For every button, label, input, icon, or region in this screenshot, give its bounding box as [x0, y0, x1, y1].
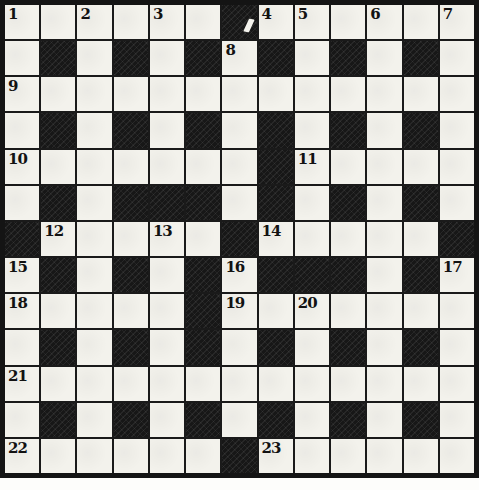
block-r9c5 — [186, 330, 220, 364]
cell-r3c6[interactable] — [222, 113, 256, 147]
block-r7c7 — [259, 258, 293, 292]
clue-number: 11 — [298, 150, 317, 169]
cell-r7c6[interactable]: 16 — [222, 258, 256, 292]
cell-r9c4[interactable] — [150, 330, 184, 364]
block-r7c9 — [331, 258, 365, 292]
clue-number: 17 — [443, 258, 462, 277]
block-r3c5 — [186, 113, 220, 147]
paper-margin — [0, 478, 479, 490]
clue-number: 22 — [8, 439, 27, 458]
cell-r10c1[interactable] — [41, 367, 75, 401]
cell-r11c8[interactable] — [295, 403, 329, 437]
cell-r4c0[interactable]: 10 — [5, 150, 39, 184]
cell-r4c1[interactable] — [41, 150, 75, 184]
cell-r2c1[interactable] — [41, 77, 75, 111]
cell-r8c4[interactable] — [150, 294, 184, 328]
block-r8c5 — [186, 294, 220, 328]
block-r7c1 — [41, 258, 75, 292]
cell-r4c11[interactable] — [404, 150, 438, 184]
block-r1c7 — [259, 41, 293, 75]
clue-number: 6 — [370, 5, 379, 24]
block-r3c11 — [404, 113, 438, 147]
cell-r10c4[interactable] — [150, 367, 184, 401]
clue-number: 12 — [44, 222, 63, 241]
cell-r11c0[interactable] — [5, 403, 39, 437]
block-r11c3 — [114, 403, 148, 437]
cell-r12c7[interactable]: 23 — [259, 439, 293, 473]
clue-number: 14 — [262, 222, 281, 241]
cell-r9c8[interactable] — [295, 330, 329, 364]
cell-r8c6[interactable]: 19 — [222, 294, 256, 328]
clue-number: 9 — [8, 77, 17, 96]
cell-r1c10[interactable] — [367, 41, 401, 75]
cell-r12c0[interactable]: 22 — [5, 439, 39, 473]
block-r6c6 — [222, 222, 256, 256]
cell-r10c12[interactable] — [440, 367, 474, 401]
cell-r12c5[interactable] — [186, 439, 220, 473]
clue-number: 4 — [262, 5, 271, 24]
cell-r7c0[interactable]: 15 — [5, 258, 39, 292]
cell-r1c0[interactable] — [5, 41, 39, 75]
cell-r0c2[interactable]: 2 — [77, 5, 111, 39]
cell-r12c4[interactable] — [150, 439, 184, 473]
clue-number: 13 — [153, 222, 172, 241]
cell-r2c8[interactable] — [295, 77, 329, 111]
cell-r2c6[interactable] — [222, 77, 256, 111]
cell-r3c8[interactable] — [295, 113, 329, 147]
cell-r10c10[interactable] — [367, 367, 401, 401]
clue-number: 23 — [262, 439, 281, 458]
cell-r5c10[interactable] — [367, 186, 401, 220]
cell-r10c2[interactable] — [77, 367, 111, 401]
cell-r12c3[interactable] — [114, 439, 148, 473]
cell-r12c2[interactable] — [77, 439, 111, 473]
cell-r9c12[interactable] — [440, 330, 474, 364]
cell-r0c12[interactable]: 7 — [440, 5, 474, 39]
cell-r9c0[interactable] — [5, 330, 39, 364]
cell-r8c9[interactable] — [331, 294, 365, 328]
block-r1c5 — [186, 41, 220, 75]
cell-r2c4[interactable] — [150, 77, 184, 111]
block-r1c1 — [41, 41, 75, 75]
cell-r2c0[interactable]: 9 — [5, 77, 39, 111]
block-r6c0 — [5, 222, 39, 256]
cell-r2c7[interactable] — [259, 77, 293, 111]
cell-r11c6[interactable] — [222, 403, 256, 437]
cell-r4c12[interactable] — [440, 150, 474, 184]
clue-number: 15 — [8, 258, 27, 277]
clue-number: 19 — [225, 294, 244, 313]
block-r1c11 — [404, 41, 438, 75]
block-r5c4 — [150, 186, 184, 220]
cell-r0c7[interactable]: 4 — [259, 5, 293, 39]
cell-r4c5[interactable] — [186, 150, 220, 184]
cell-r8c3[interactable] — [114, 294, 148, 328]
cell-r1c12[interactable] — [440, 41, 474, 75]
cell-r0c4[interactable]: 3 — [150, 5, 184, 39]
block-r9c9 — [331, 330, 365, 364]
cell-r10c7[interactable] — [259, 367, 293, 401]
cell-r6c3[interactable] — [114, 222, 148, 256]
cell-r5c2[interactable] — [77, 186, 111, 220]
clue-number: 1 — [8, 5, 17, 24]
cell-r7c10[interactable] — [367, 258, 401, 292]
block-r7c11 — [404, 258, 438, 292]
cell-r4c2[interactable] — [77, 150, 111, 184]
block-r3c3 — [114, 113, 148, 147]
block-r9c3 — [114, 330, 148, 364]
cell-r6c7[interactable]: 14 — [259, 222, 293, 256]
cell-r6c1[interactable]: 12 — [41, 222, 75, 256]
cell-r12c8[interactable] — [295, 439, 329, 473]
block-r9c1 — [41, 330, 75, 364]
cell-r7c4[interactable] — [150, 258, 184, 292]
cell-r6c4[interactable]: 13 — [150, 222, 184, 256]
cell-r9c10[interactable] — [367, 330, 401, 364]
cell-r5c8[interactable] — [295, 186, 329, 220]
cell-r0c11[interactable] — [404, 5, 438, 39]
clue-number: 21 — [8, 367, 27, 386]
cell-r8c12[interactable] — [440, 294, 474, 328]
block-r0c6 — [222, 5, 256, 39]
cell-r7c2[interactable] — [77, 258, 111, 292]
cell-r8c0[interactable]: 18 — [5, 294, 39, 328]
block-r6c12 — [440, 222, 474, 256]
block-r5c1 — [41, 186, 75, 220]
block-r1c9 — [331, 41, 365, 75]
cell-r9c2[interactable] — [77, 330, 111, 364]
cell-r10c3[interactable] — [114, 367, 148, 401]
cell-r8c10[interactable] — [367, 294, 401, 328]
clue-number: 3 — [153, 5, 162, 24]
cell-r12c11[interactable] — [404, 439, 438, 473]
block-r9c11 — [404, 330, 438, 364]
cell-r0c3[interactable] — [114, 5, 148, 39]
block-r11c7 — [259, 403, 293, 437]
block-r3c1 — [41, 113, 75, 147]
cell-r11c10[interactable] — [367, 403, 401, 437]
cell-r10c11[interactable] — [404, 367, 438, 401]
block-r7c3 — [114, 258, 148, 292]
block-r4c7 — [259, 150, 293, 184]
block-r12c6 — [222, 439, 256, 473]
block-r5c3 — [114, 186, 148, 220]
clue-number: 8 — [225, 41, 234, 60]
cell-r2c10[interactable] — [367, 77, 401, 111]
cell-r3c4[interactable] — [150, 113, 184, 147]
clue-number: 16 — [225, 258, 244, 277]
block-r7c5 — [186, 258, 220, 292]
cell-r3c10[interactable] — [367, 113, 401, 147]
cell-r10c8[interactable] — [295, 367, 329, 401]
cell-r0c8[interactable]: 5 — [295, 5, 329, 39]
cell-r8c7[interactable] — [259, 294, 293, 328]
cell-r0c10[interactable]: 6 — [367, 5, 401, 39]
cell-r11c4[interactable] — [150, 403, 184, 437]
cell-r4c4[interactable] — [150, 150, 184, 184]
block-r7c8 — [295, 258, 329, 292]
clue-number: 7 — [443, 5, 452, 24]
scan-artifact — [243, 19, 255, 33]
cell-r5c6[interactable] — [222, 186, 256, 220]
cell-r2c2[interactable] — [77, 77, 111, 111]
cell-r8c2[interactable] — [77, 294, 111, 328]
cell-r3c12[interactable] — [440, 113, 474, 147]
cell-r8c8[interactable]: 20 — [295, 294, 329, 328]
cell-r0c9[interactable] — [331, 5, 365, 39]
cell-r2c12[interactable] — [440, 77, 474, 111]
block-r5c5 — [186, 186, 220, 220]
cell-r12c10[interactable] — [367, 439, 401, 473]
cell-r9c6[interactable] — [222, 330, 256, 364]
cell-r6c11[interactable] — [404, 222, 438, 256]
cell-r1c6[interactable]: 8 — [222, 41, 256, 75]
cell-r10c9[interactable] — [331, 367, 365, 401]
cell-r1c4[interactable] — [150, 41, 184, 75]
cell-r0c1[interactable] — [41, 5, 75, 39]
cell-r10c5[interactable] — [186, 367, 220, 401]
cell-r3c2[interactable] — [77, 113, 111, 147]
cell-r2c9[interactable] — [331, 77, 365, 111]
cell-r6c2[interactable] — [77, 222, 111, 256]
block-r9c7 — [259, 330, 293, 364]
block-r5c11 — [404, 186, 438, 220]
block-r11c5 — [186, 403, 220, 437]
cell-r12c12[interactable] — [440, 439, 474, 473]
block-r3c7 — [259, 113, 293, 147]
cell-r10c0[interactable]: 21 — [5, 367, 39, 401]
clue-number: 5 — [298, 5, 307, 24]
clue-number: 2 — [80, 5, 89, 24]
cell-r4c10[interactable] — [367, 150, 401, 184]
cell-r4c9[interactable] — [331, 150, 365, 184]
cell-r11c12[interactable] — [440, 403, 474, 437]
clue-number: 10 — [8, 150, 27, 169]
cell-r11c2[interactable] — [77, 403, 111, 437]
block-r1c3 — [114, 41, 148, 75]
clue-number: 18 — [8, 294, 27, 313]
cell-r8c1[interactable] — [41, 294, 75, 328]
block-r11c11 — [404, 403, 438, 437]
block-r11c1 — [41, 403, 75, 437]
cell-r6c10[interactable] — [367, 222, 401, 256]
cell-r10c6[interactable] — [222, 367, 256, 401]
cell-r12c1[interactable] — [41, 439, 75, 473]
block-r3c9 — [331, 113, 365, 147]
scanned-crossword-page: 1234567891011121314151617181920212223 — [0, 0, 479, 490]
block-r5c7 — [259, 186, 293, 220]
cell-r1c8[interactable] — [295, 41, 329, 75]
cell-r6c9[interactable] — [331, 222, 365, 256]
cell-r2c11[interactable] — [404, 77, 438, 111]
cell-r4c8[interactable]: 11 — [295, 150, 329, 184]
cell-r0c0[interactable]: 1 — [5, 5, 39, 39]
block-r5c9 — [331, 186, 365, 220]
cell-r4c3[interactable] — [114, 150, 148, 184]
block-r11c9 — [331, 403, 365, 437]
cell-r5c0[interactable] — [5, 186, 39, 220]
clue-number: 20 — [298, 294, 317, 313]
cell-r2c3[interactable] — [114, 77, 148, 111]
cell-r8c11[interactable] — [404, 294, 438, 328]
cell-r2c5[interactable] — [186, 77, 220, 111]
cell-r6c5[interactable] — [186, 222, 220, 256]
cell-r7c12[interactable]: 17 — [440, 258, 474, 292]
cell-r3c0[interactable] — [5, 113, 39, 147]
cell-r0c5[interactable] — [186, 5, 220, 39]
cell-r12c9[interactable] — [331, 439, 365, 473]
cell-r5c12[interactable] — [440, 186, 474, 220]
cell-r4c6[interactable] — [222, 150, 256, 184]
cell-r1c2[interactable] — [77, 41, 111, 75]
cell-r6c8[interactable] — [295, 222, 329, 256]
crossword-board: 1234567891011121314151617181920212223 — [0, 0, 479, 478]
